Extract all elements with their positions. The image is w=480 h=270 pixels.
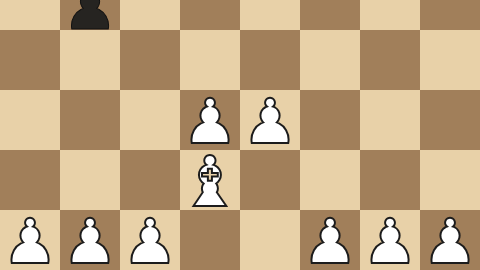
square-e3[interactable] bbox=[240, 150, 300, 210]
square-g4[interactable] bbox=[360, 90, 420, 150]
white-bishop[interactable]: ♝ bbox=[179, 152, 242, 212]
square-b2[interactable]: ♟ bbox=[60, 210, 120, 270]
square-b4[interactable] bbox=[60, 90, 120, 150]
square-h3[interactable] bbox=[420, 150, 480, 210]
square-a6[interactable] bbox=[0, 0, 60, 30]
white-pawn[interactable]: ♟ bbox=[242, 92, 298, 152]
square-e4[interactable]: ♟ bbox=[240, 90, 300, 150]
white-pawn[interactable]: ♟ bbox=[62, 212, 118, 270]
square-e5[interactable] bbox=[240, 30, 300, 90]
square-b3[interactable] bbox=[60, 150, 120, 210]
square-f5[interactable] bbox=[300, 30, 360, 90]
square-f2[interactable]: ♟ bbox=[300, 210, 360, 270]
square-c6[interactable] bbox=[120, 0, 180, 30]
white-pawn[interactable]: ♟ bbox=[362, 212, 418, 270]
black-pawn[interactable]: ♟ bbox=[62, 0, 118, 38]
white-pawn[interactable]: ♟ bbox=[2, 212, 58, 270]
square-d6[interactable] bbox=[180, 0, 240, 30]
square-g3[interactable] bbox=[360, 150, 420, 210]
square-g6[interactable] bbox=[360, 0, 420, 30]
square-d3[interactable]: ♝ bbox=[180, 150, 240, 210]
square-e6[interactable] bbox=[240, 0, 300, 30]
square-a2[interactable]: ♟ bbox=[0, 210, 60, 270]
square-c4[interactable] bbox=[120, 90, 180, 150]
square-f6[interactable] bbox=[300, 0, 360, 30]
chess-board: ♟♟♟♝♟♟♟♟♟♟ bbox=[0, 0, 480, 270]
square-f4[interactable] bbox=[300, 90, 360, 150]
board-viewport: ♟♟♟♝♟♟♟♟♟♟ bbox=[0, 0, 480, 270]
square-d5[interactable] bbox=[180, 30, 240, 90]
square-c3[interactable] bbox=[120, 150, 180, 210]
square-c5[interactable] bbox=[120, 30, 180, 90]
square-a3[interactable] bbox=[0, 150, 60, 210]
square-c2[interactable]: ♟ bbox=[120, 210, 180, 270]
square-h6[interactable] bbox=[420, 0, 480, 30]
white-pawn[interactable]: ♟ bbox=[302, 212, 358, 270]
square-g5[interactable] bbox=[360, 30, 420, 90]
square-e2[interactable] bbox=[240, 210, 300, 270]
square-a5[interactable] bbox=[0, 30, 60, 90]
square-h2[interactable]: ♟ bbox=[420, 210, 480, 270]
square-g2[interactable]: ♟ bbox=[360, 210, 420, 270]
square-a4[interactable] bbox=[0, 90, 60, 150]
square-b6[interactable]: ♟ bbox=[60, 0, 120, 30]
square-h5[interactable] bbox=[420, 30, 480, 90]
white-pawn[interactable]: ♟ bbox=[122, 212, 178, 270]
square-h4[interactable] bbox=[420, 90, 480, 150]
white-pawn[interactable]: ♟ bbox=[422, 212, 478, 270]
square-f3[interactable] bbox=[300, 150, 360, 210]
